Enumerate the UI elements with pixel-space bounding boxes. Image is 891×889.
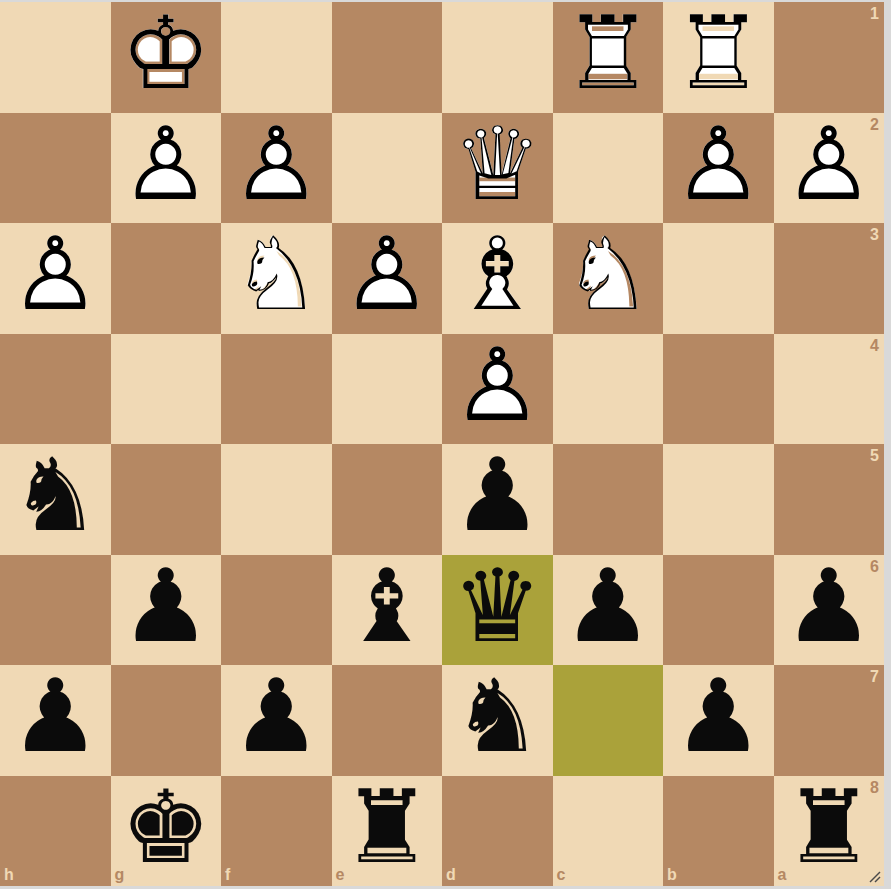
- black-knight-glyph-fill: ♞: [452, 667, 543, 768]
- file-label-f: f: [225, 867, 230, 883]
- white-pawn-piece[interactable]: ♟♙: [442, 334, 553, 445]
- square-b6[interactable]: [663, 555, 774, 666]
- square-a2[interactable]: ♟♙2: [774, 113, 885, 224]
- white-king-piece[interactable]: ♚♔: [111, 2, 222, 113]
- square-g5[interactable]: [111, 444, 222, 555]
- white-pawn-glyph-fill: ♟: [10, 225, 101, 326]
- white-pawn-piece[interactable]: ♟♙: [774, 113, 885, 224]
- black-pawn-glyph-fill: ♟: [673, 667, 764, 768]
- square-e2[interactable]: [332, 113, 443, 224]
- rank-label-5: 5: [870, 448, 879, 464]
- white-knight-glyph-outline: ♘: [562, 225, 653, 326]
- black-pawn-glyph-fill: ♟: [452, 446, 543, 547]
- black-pawn-glyph-fill: ♟: [120, 556, 211, 657]
- black-pawn-glyph-fill: ♟: [783, 556, 874, 657]
- file-label-e: e: [336, 867, 345, 883]
- white-pawn-glyph-fill: ♟: [120, 114, 211, 215]
- white-pawn-piece[interactable]: ♟♙: [332, 223, 443, 334]
- square-f6[interactable]: [221, 555, 332, 666]
- square-d2[interactable]: ♛♕: [442, 113, 553, 224]
- chess-app-page: ♚♔♜♖♜♖1♟♙♟♙♛♕♟♙♟♙2♟♙♞♘♟♙♝♗♞♘3♟♙4♞♟5♟♝♛♟♟…: [0, 0, 891, 889]
- black-pawn-piece[interactable]: ♟: [111, 555, 222, 666]
- black-queen-piece[interactable]: ♛: [442, 555, 553, 666]
- square-d3[interactable]: ♝♗: [442, 223, 553, 334]
- square-c2[interactable]: [553, 113, 664, 224]
- square-e8[interactable]: ♜e: [332, 776, 443, 887]
- white-queen-piece[interactable]: ♛♕: [442, 113, 553, 224]
- square-a6[interactable]: ♟6: [774, 555, 885, 666]
- white-bishop-glyph-outline: ♗: [452, 225, 543, 326]
- square-a5[interactable]: 5: [774, 444, 885, 555]
- white-pawn-piece[interactable]: ♟♙: [221, 113, 332, 224]
- black-pawn-piece[interactable]: ♟: [774, 555, 885, 666]
- square-b5[interactable]: [663, 444, 774, 555]
- white-knight-glyph-outline: ♘: [231, 225, 322, 326]
- white-pawn-piece[interactable]: ♟♙: [663, 113, 774, 224]
- file-label-a: a: [778, 867, 787, 883]
- white-pawn-piece[interactable]: ♟♙: [0, 223, 111, 334]
- square-g8[interactable]: ♚g: [111, 776, 222, 887]
- square-e6[interactable]: ♝: [332, 555, 443, 666]
- square-a4[interactable]: 4: [774, 334, 885, 445]
- file-label-g: g: [115, 867, 125, 883]
- square-b4[interactable]: [663, 334, 774, 445]
- file-label-b: b: [667, 867, 677, 883]
- square-g2[interactable]: ♟♙: [111, 113, 222, 224]
- square-g6[interactable]: ♟: [111, 555, 222, 666]
- square-d8[interactable]: d: [442, 776, 553, 887]
- black-king-piece[interactable]: ♚: [111, 776, 222, 887]
- square-g7[interactable]: [111, 665, 222, 776]
- square-c5[interactable]: [553, 444, 664, 555]
- black-pawn-piece[interactable]: ♟: [0, 665, 111, 776]
- black-knight-piece[interactable]: ♞: [442, 665, 553, 776]
- white-knight-glyph-fill: ♞: [231, 225, 322, 326]
- white-rook-piece[interactable]: ♜♖: [663, 2, 774, 113]
- square-d5[interactable]: ♟: [442, 444, 553, 555]
- black-pawn-glyph-fill: ♟: [231, 667, 322, 768]
- white-rook-piece[interactable]: ♜♖: [553, 2, 664, 113]
- square-e5[interactable]: [332, 444, 443, 555]
- square-f3[interactable]: ♞♘: [221, 223, 332, 334]
- black-rook-glyph-fill: ♜: [783, 777, 874, 878]
- white-pawn-glyph-fill: ♟: [673, 114, 764, 215]
- white-king-glyph-outline: ♔: [120, 4, 211, 105]
- rank-label-7: 7: [870, 669, 879, 685]
- rank-label-1: 1: [870, 6, 879, 22]
- square-e3[interactable]: ♟♙: [332, 223, 443, 334]
- square-a7[interactable]: 7: [774, 665, 885, 776]
- white-pawn-glyph-outline: ♙: [231, 114, 322, 215]
- square-b8[interactable]: b: [663, 776, 774, 887]
- white-pawn-glyph-fill: ♟: [341, 225, 432, 326]
- white-pawn-glyph-outline: ♙: [452, 335, 543, 436]
- white-pawn-glyph-outline: ♙: [120, 114, 211, 215]
- white-pawn-glyph-outline: ♙: [673, 114, 764, 215]
- square-c7[interactable]: [553, 665, 664, 776]
- square-c8[interactable]: c: [553, 776, 664, 887]
- square-h5[interactable]: ♞: [0, 444, 111, 555]
- black-pawn-glyph-fill: ♟: [562, 556, 653, 657]
- square-c3[interactable]: ♞♘: [553, 223, 664, 334]
- white-pawn-glyph-outline: ♙: [341, 225, 432, 326]
- black-pawn-piece[interactable]: ♟: [663, 665, 774, 776]
- square-b7[interactable]: ♟: [663, 665, 774, 776]
- rank-label-3: 3: [870, 227, 879, 243]
- white-pawn-glyph-fill: ♟: [231, 114, 322, 215]
- white-pawn-glyph-fill: ♟: [783, 114, 874, 215]
- white-bishop-glyph-fill: ♝: [452, 225, 543, 326]
- square-f4[interactable]: [221, 334, 332, 445]
- square-e1[interactable]: [332, 2, 443, 113]
- square-b2[interactable]: ♟♙: [663, 113, 774, 224]
- black-queen-glyph-fill: ♛: [452, 556, 543, 657]
- white-knight-piece[interactable]: ♞♘: [221, 223, 332, 334]
- white-pawn-piece[interactable]: ♟♙: [111, 113, 222, 224]
- white-bishop-piece[interactable]: ♝♗: [442, 223, 553, 334]
- rank-label-2: 2: [870, 117, 879, 133]
- square-c6[interactable]: ♟: [553, 555, 664, 666]
- square-a1[interactable]: 1: [774, 2, 885, 113]
- black-rook-piece[interactable]: ♜: [332, 776, 443, 887]
- black-knight-piece[interactable]: ♞: [0, 444, 111, 555]
- rank-label-6: 6: [870, 559, 879, 575]
- square-h3[interactable]: ♟♙: [0, 223, 111, 334]
- square-d6[interactable]: ♛: [442, 555, 553, 666]
- square-f1[interactable]: [221, 2, 332, 113]
- square-d4[interactable]: ♟♙: [442, 334, 553, 445]
- square-b3[interactable]: [663, 223, 774, 334]
- square-f7[interactable]: ♟: [221, 665, 332, 776]
- chess-board[interactable]: ♚♔♜♖♜♖1♟♙♟♙♛♕♟♙♟♙2♟♙♞♘♟♙♝♗♞♘3♟♙4♞♟5♟♝♛♟♟…: [0, 2, 884, 886]
- square-h4[interactable]: [0, 334, 111, 445]
- square-d7[interactable]: ♞: [442, 665, 553, 776]
- white-queen-glyph-fill: ♛: [452, 114, 543, 215]
- square-e7[interactable]: [332, 665, 443, 776]
- square-h6[interactable]: [0, 555, 111, 666]
- square-g3[interactable]: [111, 223, 222, 334]
- square-f8[interactable]: f: [221, 776, 332, 887]
- black-pawn-glyph-fill: ♟: [10, 667, 101, 768]
- square-f5[interactable]: [221, 444, 332, 555]
- square-b1[interactable]: ♜♖: [663, 2, 774, 113]
- file-label-c: c: [557, 867, 566, 883]
- black-king-glyph-fill: ♚: [120, 777, 211, 878]
- white-knight-piece[interactable]: ♞♘: [553, 223, 664, 334]
- square-c1[interactable]: ♜♖: [553, 2, 664, 113]
- black-pawn-piece[interactable]: ♟: [442, 444, 553, 555]
- resize-handle-icon[interactable]: [868, 870, 881, 883]
- black-bishop-glyph-fill: ♝: [341, 556, 432, 657]
- white-pawn-glyph-fill: ♟: [452, 335, 543, 436]
- square-d1[interactable]: [442, 2, 553, 113]
- white-king-glyph-fill: ♚: [120, 4, 211, 105]
- white-knight-glyph-fill: ♞: [562, 225, 653, 326]
- square-h8[interactable]: h: [0, 776, 111, 887]
- square-e4[interactable]: [332, 334, 443, 445]
- square-f2[interactable]: ♟♙: [221, 113, 332, 224]
- square-g1[interactable]: ♚♔: [111, 2, 222, 113]
- square-c4[interactable]: [553, 334, 664, 445]
- black-pawn-piece[interactable]: ♟: [221, 665, 332, 776]
- black-rook-glyph-fill: ♜: [341, 777, 432, 878]
- square-h7[interactable]: ♟: [0, 665, 111, 776]
- black-pawn-piece[interactable]: ♟: [553, 555, 664, 666]
- rank-label-4: 4: [870, 338, 879, 354]
- white-rook-glyph-fill: ♜: [673, 4, 764, 105]
- white-queen-glyph-outline: ♕: [452, 114, 543, 215]
- black-bishop-piece[interactable]: ♝: [332, 555, 443, 666]
- white-pawn-glyph-outline: ♙: [10, 225, 101, 326]
- white-pawn-glyph-outline: ♙: [783, 114, 874, 215]
- white-rook-glyph-fill: ♜: [562, 4, 653, 105]
- square-a3[interactable]: 3: [774, 223, 885, 334]
- square-g4[interactable]: [111, 334, 222, 445]
- square-h2[interactable]: [0, 113, 111, 224]
- rank-label-8: 8: [870, 780, 879, 796]
- square-a8[interactable]: ♜8a: [774, 776, 885, 887]
- file-label-h: h: [4, 867, 14, 883]
- square-h1[interactable]: [0, 2, 111, 113]
- file-label-d: d: [446, 867, 456, 883]
- white-rook-glyph-outline: ♖: [673, 4, 764, 105]
- black-knight-glyph-fill: ♞: [10, 446, 101, 547]
- white-rook-glyph-outline: ♖: [562, 4, 653, 105]
